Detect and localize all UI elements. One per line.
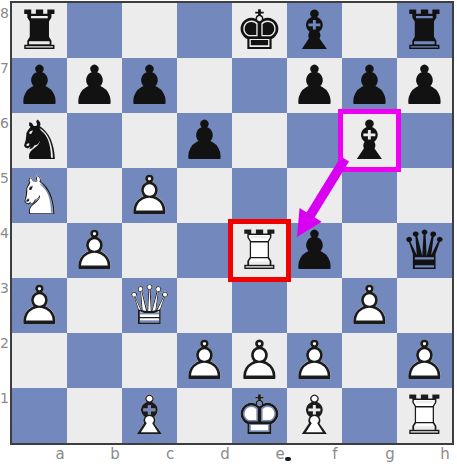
file-label-d: d — [220, 446, 230, 462]
square-c3[interactable]: ♛♕ — [122, 278, 177, 333]
piece-black-queen[interactable]: ♛ — [397, 223, 452, 278]
black-piece-glyph: ♚ — [232, 3, 287, 58]
white-piece-fill: ♟ — [397, 333, 452, 388]
piece-black-pawn[interactable]: ♟ — [12, 58, 67, 113]
piece-black-pawn[interactable]: ♟ — [397, 58, 452, 113]
white-piece-outline: ♙ — [287, 333, 342, 388]
file-label-e: e — [275, 446, 284, 462]
white-piece-fill: ♟ — [232, 333, 287, 388]
rank-label-1: 1 — [0, 390, 10, 406]
square-h1[interactable]: ♜♖ — [397, 388, 452, 443]
white-piece-fill: ♟ — [67, 223, 122, 278]
square-g2[interactable] — [342, 333, 397, 388]
square-d4[interactable] — [177, 223, 232, 278]
piece-white-rook[interactable]: ♜♖ — [232, 223, 287, 278]
white-piece-fill: ♛ — [122, 278, 177, 333]
piece-white-bishop[interactable]: ♝♗ — [122, 388, 177, 443]
black-piece-glyph: ♟ — [342, 58, 397, 113]
rank-label-8: 8 — [0, 5, 10, 21]
square-a3[interactable]: ♟♙ — [12, 278, 67, 333]
square-g6[interactable]: ♝ — [342, 113, 397, 168]
file-label-h: h — [440, 446, 450, 462]
square-f3[interactable] — [287, 278, 342, 333]
black-piece-glyph: ♜ — [397, 3, 452, 58]
piece-white-rook[interactable]: ♜♖ — [397, 388, 452, 443]
square-c7[interactable]: ♟ — [122, 58, 177, 113]
square-g1[interactable] — [342, 388, 397, 443]
piece-white-pawn[interactable]: ♟♙ — [122, 168, 177, 223]
black-piece-glyph: ♟ — [177, 113, 232, 168]
black-piece-glyph: ♛ — [397, 223, 452, 278]
square-c8[interactable] — [122, 3, 177, 58]
rank-label-2: 2 — [0, 335, 10, 351]
square-b7[interactable]: ♟ — [67, 58, 122, 113]
square-c6[interactable] — [122, 113, 177, 168]
square-d5[interactable] — [177, 168, 232, 223]
white-piece-fill: ♜ — [232, 223, 287, 278]
square-h8[interactable]: ♜ — [397, 3, 452, 58]
square-g3[interactable]: ♟♙ — [342, 278, 397, 333]
white-piece-outline: ♘ — [12, 168, 67, 223]
black-piece-glyph: ♟ — [287, 223, 342, 278]
piece-black-pawn[interactable]: ♟ — [287, 58, 342, 113]
square-a7[interactable]: ♟ — [12, 58, 67, 113]
piece-white-pawn[interactable]: ♟♙ — [342, 278, 397, 333]
square-b1[interactable] — [67, 388, 122, 443]
white-piece-fill: ♞ — [12, 168, 67, 223]
black-piece-glyph: ♞ — [12, 113, 67, 168]
square-c1[interactable]: ♝♗ — [122, 388, 177, 443]
square-c2[interactable] — [122, 333, 177, 388]
square-d8[interactable] — [177, 3, 232, 58]
black-piece-glyph: ♟ — [287, 58, 342, 113]
file-label-a: a — [55, 446, 64, 462]
square-b6[interactable] — [67, 113, 122, 168]
square-a8[interactable]: ♜ — [12, 3, 67, 58]
square-f6[interactable] — [287, 113, 342, 168]
black-piece-glyph: ♟ — [67, 58, 122, 113]
white-piece-outline: ♕ — [122, 278, 177, 333]
square-b4[interactable]: ♟♙ — [67, 223, 122, 278]
piece-white-knight[interactable]: ♞♘ — [12, 168, 67, 223]
square-f2[interactable]: ♟♙ — [287, 333, 342, 388]
square-h6[interactable] — [397, 113, 452, 168]
square-h2[interactable]: ♟♙ — [397, 333, 452, 388]
square-b2[interactable] — [67, 333, 122, 388]
square-e6[interactable] — [232, 113, 287, 168]
file-label-c: c — [166, 446, 174, 462]
white-piece-outline: ♔ — [232, 388, 287, 443]
white-piece-outline: ♗ — [287, 388, 342, 443]
black-piece-glyph: ♟ — [12, 58, 67, 113]
piece-black-pawn[interactable]: ♟ — [177, 113, 232, 168]
cursor-dot — [285, 457, 291, 461]
square-f4[interactable]: ♟ — [287, 223, 342, 278]
piece-black-pawn[interactable]: ♟ — [67, 58, 122, 113]
piece-white-pawn[interactable]: ♟♙ — [232, 333, 287, 388]
square-a6[interactable]: ♞ — [12, 113, 67, 168]
white-piece-outline: ♖ — [232, 223, 287, 278]
white-piece-fill: ♚ — [232, 388, 287, 443]
square-g4[interactable] — [342, 223, 397, 278]
square-h7[interactable]: ♟ — [397, 58, 452, 113]
square-g8[interactable] — [342, 3, 397, 58]
square-e2[interactable]: ♟♙ — [232, 333, 287, 388]
square-e7[interactable] — [232, 58, 287, 113]
white-piece-outline: ♙ — [67, 223, 122, 278]
square-g7[interactable]: ♟ — [342, 58, 397, 113]
file-label-b: b — [110, 446, 120, 462]
white-piece-outline: ♖ — [397, 388, 452, 443]
black-piece-glyph: ♝ — [287, 3, 342, 58]
piece-white-king[interactable]: ♚♔ — [232, 388, 287, 443]
square-h3[interactable] — [397, 278, 452, 333]
white-piece-fill: ♟ — [177, 333, 232, 388]
square-a2[interactable] — [12, 333, 67, 388]
black-piece-glyph: ♜ — [12, 3, 67, 58]
white-piece-fill: ♟ — [12, 278, 67, 333]
file-label-g: g — [385, 446, 395, 462]
rank-label-4: 4 — [0, 225, 10, 241]
piece-white-bishop[interactable]: ♝♗ — [287, 388, 342, 443]
square-c4[interactable] — [122, 223, 177, 278]
piece-black-rook[interactable]: ♜ — [397, 3, 452, 58]
white-piece-outline: ♙ — [177, 333, 232, 388]
black-piece-glyph: ♝ — [342, 113, 397, 168]
rank-label-6: 6 — [0, 115, 10, 131]
piece-black-king[interactable]: ♚ — [232, 3, 287, 58]
white-piece-outline: ♙ — [232, 333, 287, 388]
chess-app: ♜♚♝♜♟♟♟♟♟♟♞♟♝♞♘♟♙♟♙♜♖♟♛♟♙♛♕♟♙♟♙♟♙♟♙♟♙♝♗♚… — [0, 0, 457, 464]
white-piece-outline: ♙ — [122, 168, 177, 223]
piece-black-bishop[interactable]: ♝ — [287, 3, 342, 58]
square-e3[interactable] — [232, 278, 287, 333]
black-piece-glyph: ♟ — [397, 58, 452, 113]
square-b5[interactable] — [67, 168, 122, 223]
square-b3[interactable] — [67, 278, 122, 333]
white-piece-outline: ♙ — [12, 278, 67, 333]
piece-white-pawn[interactable]: ♟♙ — [12, 278, 67, 333]
square-d2[interactable]: ♟♙ — [177, 333, 232, 388]
white-piece-fill: ♝ — [287, 388, 342, 443]
piece-black-rook[interactable]: ♜ — [12, 3, 67, 58]
white-piece-fill: ♝ — [122, 388, 177, 443]
square-f7[interactable]: ♟ — [287, 58, 342, 113]
white-piece-outline: ♗ — [122, 388, 177, 443]
square-b8[interactable] — [67, 3, 122, 58]
square-d3[interactable] — [177, 278, 232, 333]
white-piece-fill: ♜ — [397, 388, 452, 443]
square-e4[interactable]: ♜♖ — [232, 223, 287, 278]
white-piece-fill: ♟ — [122, 168, 177, 223]
piece-black-pawn[interactable]: ♟ — [342, 58, 397, 113]
square-a4[interactable] — [12, 223, 67, 278]
black-piece-glyph: ♟ — [122, 58, 177, 113]
rank-label-7: 7 — [0, 60, 10, 76]
chess-board: ♜♚♝♜♟♟♟♟♟♟♞♟♝♞♘♟♙♟♙♜♖♟♛♟♙♛♕♟♙♟♙♟♙♟♙♟♙♝♗♚… — [10, 1, 454, 445]
rank-label-3: 3 — [0, 280, 10, 296]
square-f8[interactable]: ♝ — [287, 3, 342, 58]
square-e5[interactable] — [232, 168, 287, 223]
square-h5[interactable] — [397, 168, 452, 223]
piece-white-pawn[interactable]: ♟♙ — [397, 333, 452, 388]
square-a5[interactable]: ♞♘ — [12, 168, 67, 223]
square-c5[interactable]: ♟♙ — [122, 168, 177, 223]
square-d6[interactable]: ♟ — [177, 113, 232, 168]
square-f1[interactable]: ♝♗ — [287, 388, 342, 443]
piece-white-pawn[interactable]: ♟♙ — [67, 223, 122, 278]
chess-board-grid: ♜♚♝♜♟♟♟♟♟♟♞♟♝♞♘♟♙♟♙♜♖♟♛♟♙♛♕♟♙♟♙♟♙♟♙♟♙♝♗♚… — [12, 3, 452, 443]
square-g5[interactable] — [342, 168, 397, 223]
piece-black-knight[interactable]: ♞ — [12, 113, 67, 168]
piece-white-pawn[interactable]: ♟♙ — [287, 333, 342, 388]
piece-black-pawn[interactable]: ♟ — [287, 223, 342, 278]
square-f5[interactable] — [287, 168, 342, 223]
square-h4[interactable]: ♛ — [397, 223, 452, 278]
square-a1[interactable] — [12, 388, 67, 443]
rank-label-5: 5 — [0, 170, 10, 186]
piece-black-pawn[interactable]: ♟ — [122, 58, 177, 113]
square-e8[interactable]: ♚ — [232, 3, 287, 58]
piece-black-bishop[interactable]: ♝ — [342, 113, 397, 168]
file-label-f: f — [332, 446, 337, 462]
square-d7[interactable] — [177, 58, 232, 113]
piece-white-pawn[interactable]: ♟♙ — [177, 333, 232, 388]
white-piece-outline: ♙ — [342, 278, 397, 333]
square-d1[interactable] — [177, 388, 232, 443]
square-e1[interactable]: ♚♔ — [232, 388, 287, 443]
piece-white-queen[interactable]: ♛♕ — [122, 278, 177, 333]
white-piece-fill: ♟ — [287, 333, 342, 388]
white-piece-fill: ♟ — [342, 278, 397, 333]
white-piece-outline: ♙ — [397, 333, 452, 388]
